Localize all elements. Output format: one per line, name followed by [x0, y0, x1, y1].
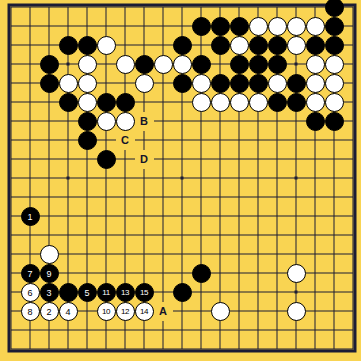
black-stone [230, 55, 249, 74]
black-stone [211, 74, 230, 93]
white-stone: 2 [40, 302, 59, 321]
black-stone [287, 93, 306, 112]
white-stone [78, 55, 97, 74]
black-stone [59, 283, 78, 302]
white-stone [211, 93, 230, 112]
move-number: 11 [102, 289, 109, 297]
white-stone [230, 36, 249, 55]
black-stone [192, 264, 211, 283]
move-number: 4 [65, 307, 70, 316]
white-stone [287, 302, 306, 321]
white-stone [287, 264, 306, 283]
white-stone [40, 245, 59, 264]
white-stone [154, 55, 173, 74]
white-stone [173, 55, 192, 74]
move-number: 3 [46, 288, 51, 297]
move-number: 8 [27, 307, 32, 316]
move-number: 9 [46, 269, 51, 278]
white-stone [268, 17, 287, 36]
black-stone [268, 36, 287, 55]
black-stone [249, 74, 268, 93]
white-stone [306, 93, 325, 112]
move-number: 1 [27, 212, 32, 221]
black-stone: 3 [40, 283, 59, 302]
black-stone [59, 36, 78, 55]
black-stone [173, 283, 192, 302]
white-stone [325, 93, 344, 112]
move-number: 15 [140, 289, 148, 297]
white-stone: 10 [97, 302, 116, 321]
black-stone: 1 [21, 207, 40, 226]
point-label-A: A [156, 304, 171, 319]
white-stone [116, 112, 135, 131]
black-stone: 5 [78, 283, 97, 302]
white-stone [230, 93, 249, 112]
black-stone [78, 112, 97, 131]
black-stone [268, 55, 287, 74]
black-stone: 9 [40, 264, 59, 283]
white-stone [249, 93, 268, 112]
point-label-C: C [118, 133, 133, 148]
white-stone [116, 55, 135, 74]
black-stone [192, 17, 211, 36]
black-stone [116, 93, 135, 112]
black-stone [211, 36, 230, 55]
move-number: 7 [27, 269, 32, 278]
white-stone [59, 74, 78, 93]
black-stone [268, 93, 287, 112]
black-stone [78, 131, 97, 150]
white-stone [135, 74, 154, 93]
black-stone [211, 17, 230, 36]
go-board: 179635111315824101214BCDA [2, 0, 361, 359]
white-stone [325, 55, 344, 74]
white-stone [78, 93, 97, 112]
black-stone [59, 93, 78, 112]
white-stone [97, 112, 116, 131]
black-stone [325, 0, 344, 17]
point-label-D: D [137, 152, 152, 167]
move-number: 5 [84, 288, 89, 297]
black-stone: 11 [97, 283, 116, 302]
black-stone [230, 17, 249, 36]
white-stone [78, 74, 97, 93]
move-number: 2 [46, 307, 51, 316]
black-stone [325, 112, 344, 131]
black-stone [306, 112, 325, 131]
black-stone: 7 [21, 264, 40, 283]
black-stone [287, 74, 306, 93]
black-stone [249, 36, 268, 55]
white-stone [306, 55, 325, 74]
black-stone [173, 36, 192, 55]
white-stone: 4 [59, 302, 78, 321]
black-stone [40, 55, 59, 74]
black-stone [325, 17, 344, 36]
white-stone [306, 17, 325, 36]
white-stone [287, 36, 306, 55]
black-stone [230, 74, 249, 93]
white-stone: 14 [135, 302, 154, 321]
white-stone: 8 [21, 302, 40, 321]
white-stone [192, 93, 211, 112]
black-stone [135, 55, 154, 74]
point-label-B: B [137, 114, 152, 129]
white-stone [249, 17, 268, 36]
black-stone [249, 55, 268, 74]
white-stone [325, 74, 344, 93]
white-stone [97, 36, 116, 55]
white-stone: 6 [21, 283, 40, 302]
white-stone: 12 [116, 302, 135, 321]
black-stone [306, 36, 325, 55]
move-number: 13 [121, 289, 129, 297]
black-stone [78, 36, 97, 55]
go-diagram: 179635111315824101214BCDA [0, 0, 361, 361]
black-stone [192, 55, 211, 74]
black-stone [97, 150, 116, 169]
black-stone [40, 74, 59, 93]
move-number: 12 [121, 308, 129, 316]
black-stone [325, 36, 344, 55]
white-stone [192, 74, 211, 93]
black-stone [97, 93, 116, 112]
black-stone: 15 [135, 283, 154, 302]
white-stone [268, 74, 287, 93]
white-stone [211, 302, 230, 321]
white-stone [306, 74, 325, 93]
black-stone: 13 [116, 283, 135, 302]
move-number: 6 [27, 288, 32, 297]
white-stone [287, 17, 306, 36]
move-number: 14 [140, 308, 148, 316]
move-number: 10 [102, 308, 110, 316]
black-stone [173, 74, 192, 93]
